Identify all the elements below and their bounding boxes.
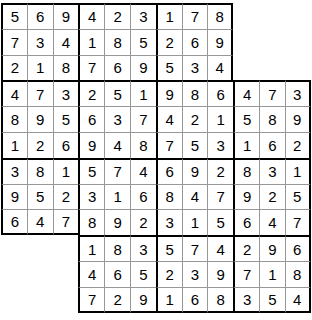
cell-r10-c4[interactable]: 1: [78, 235, 104, 261]
cell-r11-c6[interactable]: 5: [130, 261, 156, 287]
cell-r10-c11[interactable]: 9: [259, 235, 285, 261]
cell-r11-c8[interactable]: 3: [182, 261, 208, 287]
cell-r2-c9[interactable]: 9: [207, 29, 233, 55]
cell-r6-c2[interactable]: 2: [27, 132, 53, 158]
empty-r3-c11: [259, 55, 285, 81]
cell-r1-c2[interactable]: 6: [27, 3, 53, 29]
cell-r5-c6[interactable]: 7: [130, 106, 156, 132]
cell-r4-c11[interactable]: 7: [259, 80, 285, 106]
cell-r5-c5[interactable]: 3: [104, 106, 130, 132]
cell-r2-c2[interactable]: 3: [27, 29, 53, 55]
cell-r11-c9[interactable]: 9: [207, 261, 233, 287]
cell-r4-c6[interactable]: 1: [130, 80, 156, 106]
cell-r3-c1[interactable]: 2: [1, 55, 27, 81]
cell-r7-c3[interactable]: 1: [53, 158, 79, 184]
cell-r8-c4[interactable]: 3: [78, 184, 104, 210]
cell-r4-c9[interactable]: 6: [207, 80, 233, 106]
cell-r10-c12[interactable]: 6: [285, 235, 311, 261]
cell-r5-c3[interactable]: 5: [53, 106, 79, 132]
cell-r11-c4[interactable]: 4: [78, 261, 104, 287]
cell-r7-c10[interactable]: 8: [233, 158, 259, 184]
cell-r4-c8[interactable]: 8: [182, 80, 208, 106]
cell-r3-c2[interactable]: 1: [27, 55, 53, 81]
cell-r2-c7[interactable]: 2: [156, 29, 182, 55]
cell-r1-c3[interactable]: 9: [53, 3, 79, 29]
cell-r6-c12[interactable]: 2: [285, 132, 311, 158]
cell-r5-c7[interactable]: 4: [156, 106, 182, 132]
cell-r2-c4[interactable]: 1: [78, 29, 104, 55]
cell-r8-c3[interactable]: 2: [53, 184, 79, 210]
cell-r8-c6[interactable]: 6: [130, 184, 156, 210]
empty-r2-c12: [285, 29, 311, 55]
cell-r1-c9[interactable]: 8: [207, 3, 233, 29]
cell-r1-c4[interactable]: 4: [78, 3, 104, 29]
cell-r3-c4[interactable]: 7: [78, 55, 104, 81]
puzzle-page: { "game": "twin overlapping sudoku (gatt…: [0, 0, 312, 320]
cell-r3-c8[interactable]: 3: [182, 55, 208, 81]
cell-r6-c5[interactable]: 4: [104, 132, 130, 158]
cell-r7-c11[interactable]: 3: [259, 158, 285, 184]
cell-r5-c12[interactable]: 9: [285, 106, 311, 132]
cell-r8-c12[interactable]: 5: [285, 184, 311, 210]
cell-r7-c2[interactable]: 8: [27, 158, 53, 184]
empty-r1-c10: [233, 3, 259, 29]
cell-r4-c1[interactable]: 4: [1, 80, 27, 106]
cell-r6-c11[interactable]: 6: [259, 132, 285, 158]
cell-r1-c1[interactable]: 5: [1, 3, 27, 29]
cell-r8-c11[interactable]: 2: [259, 184, 285, 210]
cell-r9-c1[interactable]: 6: [1, 209, 27, 235]
cell-r9-c5[interactable]: 9: [104, 209, 130, 235]
cell-r8-c10[interactable]: 9: [233, 184, 259, 210]
cell-r12-c9[interactable]: 8: [207, 287, 233, 313]
cell-r9-c3[interactable]: 7: [53, 209, 79, 235]
cell-r5-c2[interactable]: 9: [27, 106, 53, 132]
cell-r12-c8[interactable]: 6: [182, 287, 208, 313]
cell-r9-c7[interactable]: 3: [156, 209, 182, 235]
cell-r9-c4[interactable]: 8: [78, 209, 104, 235]
cell-r4-c4[interactable]: 2: [78, 80, 104, 106]
empty-r2-c10: [233, 29, 259, 55]
cell-r7-c9[interactable]: 2: [207, 158, 233, 184]
cell-r9-c8[interactable]: 1: [182, 209, 208, 235]
cell-r3-c6[interactable]: 9: [130, 55, 156, 81]
empty-r11-c3: [53, 261, 79, 287]
empty-r12-c3: [53, 287, 79, 313]
cell-r6-c6[interactable]: 8: [130, 132, 156, 158]
cell-r6-c3[interactable]: 6: [53, 132, 79, 158]
cell-r12-c5[interactable]: 2: [104, 287, 130, 313]
cell-r2-c8[interactable]: 6: [182, 29, 208, 55]
cell-r3-c5[interactable]: 6: [104, 55, 130, 81]
cell-r10-c7[interactable]: 5: [156, 235, 182, 261]
cell-r1-c6[interactable]: 3: [130, 3, 156, 29]
empty-r10-c3: [53, 235, 79, 261]
empty-r1-c11: [259, 3, 285, 29]
cell-r3-c7[interactable]: 5: [156, 55, 182, 81]
cell-r7-c12[interactable]: 1: [285, 158, 311, 184]
cell-r11-c10[interactable]: 7: [233, 261, 259, 287]
cell-r5-c8[interactable]: 2: [182, 106, 208, 132]
cell-r9-c10[interactable]: 6: [233, 209, 259, 235]
cell-r2-c1[interactable]: 7: [1, 29, 27, 55]
cell-r1-c7[interactable]: 1: [156, 3, 182, 29]
cell-r12-c4[interactable]: 7: [78, 287, 104, 313]
empty-r1-c12: [285, 3, 311, 29]
cell-r8-c9[interactable]: 7: [207, 184, 233, 210]
cell-r7-c5[interactable]: 7: [104, 158, 130, 184]
cell-r4-c7[interactable]: 9: [156, 80, 182, 106]
cell-r9-c2[interactable]: 4: [27, 209, 53, 235]
cell-r3-c3[interactable]: 8: [53, 55, 79, 81]
cell-r6-c8[interactable]: 5: [182, 132, 208, 158]
cell-r11-c7[interactable]: 2: [156, 261, 182, 287]
cell-r2-c5[interactable]: 8: [104, 29, 130, 55]
cell-r11-c11[interactable]: 1: [259, 261, 285, 287]
cell-r1-c8[interactable]: 7: [182, 3, 208, 29]
cell-r10-c10[interactable]: 2: [233, 235, 259, 261]
cell-r4-c12[interactable]: 3: [285, 80, 311, 106]
cell-r2-c6[interactable]: 5: [130, 29, 156, 55]
cell-r6-c10[interactable]: 1: [233, 132, 259, 158]
cell-r6-c7[interactable]: 7: [156, 132, 182, 158]
empty-r11-c1: [1, 261, 27, 287]
cell-r12-c7[interactable]: 1: [156, 287, 182, 313]
cell-r5-c11[interactable]: 8: [259, 106, 285, 132]
cell-r4-c10[interactable]: 4: [233, 80, 259, 106]
cell-r7-c7[interactable]: 6: [156, 158, 182, 184]
cell-r6-c9[interactable]: 3: [207, 132, 233, 158]
cell-r8-c5[interactable]: 1: [104, 184, 130, 210]
cell-r10-c9[interactable]: 4: [207, 235, 233, 261]
cell-r4-c3[interactable]: 3: [53, 80, 79, 106]
cell-r10-c5[interactable]: 8: [104, 235, 130, 261]
cell-r5-c4[interactable]: 6: [78, 106, 104, 132]
cell-r9-c12[interactable]: 7: [285, 209, 311, 235]
cell-r4-c5[interactable]: 5: [104, 80, 130, 106]
cell-r6-c4[interactable]: 9: [78, 132, 104, 158]
empty-r12-c2: [27, 287, 53, 313]
cell-r5-c9[interactable]: 1: [207, 106, 233, 132]
empty-r3-c10: [233, 55, 259, 81]
cell-r3-c9[interactable]: 4: [207, 55, 233, 81]
cell-r1-c5[interactable]: 2: [104, 3, 130, 29]
empty-r11-c2: [27, 261, 53, 287]
cell-r7-c1[interactable]: 3: [1, 158, 27, 184]
empty-r10-c1: [1, 235, 27, 261]
cell-r12-c6[interactable]: 9: [130, 287, 156, 313]
cell-r10-c6[interactable]: 3: [130, 235, 156, 261]
cell-r8-c2[interactable]: 5: [27, 184, 53, 210]
cell-r11-c5[interactable]: 6: [104, 261, 130, 287]
cell-r7-c6[interactable]: 4: [130, 158, 156, 184]
cell-r2-c3[interactable]: 4: [53, 29, 79, 55]
cell-r4-c2[interactable]: 7: [27, 80, 53, 106]
cell-r8-c8[interactable]: 4: [182, 184, 208, 210]
cell-r7-c8[interactable]: 9: [182, 158, 208, 184]
cell-r9-c6[interactable]: 2: [130, 209, 156, 235]
twin-sudoku-board: 5694231787341852692187695344732519864738…: [1, 3, 311, 313]
cell-r6-c1[interactable]: 1: [1, 132, 27, 158]
cell-r12-c10[interactable]: 3: [233, 287, 259, 313]
empty-r12-c1: [1, 287, 27, 313]
cell-r7-c4[interactable]: 5: [78, 158, 104, 184]
cell-r12-c11[interactable]: 5: [259, 287, 285, 313]
empty-r3-c12: [285, 55, 311, 81]
cell-r8-c7[interactable]: 8: [156, 184, 182, 210]
cell-r11-c12[interactable]: 8: [285, 261, 311, 287]
cell-r9-c11[interactable]: 4: [259, 209, 285, 235]
empty-r10-c2: [27, 235, 53, 261]
empty-r2-c11: [259, 29, 285, 55]
cell-r10-c8[interactable]: 7: [182, 235, 208, 261]
cell-r9-c9[interactable]: 5: [207, 209, 233, 235]
cell-r5-c10[interactable]: 5: [233, 106, 259, 132]
cell-r8-c1[interactable]: 9: [1, 184, 27, 210]
cell-r5-c1[interactable]: 8: [1, 106, 27, 132]
cell-r12-c12[interactable]: 4: [285, 287, 311, 313]
